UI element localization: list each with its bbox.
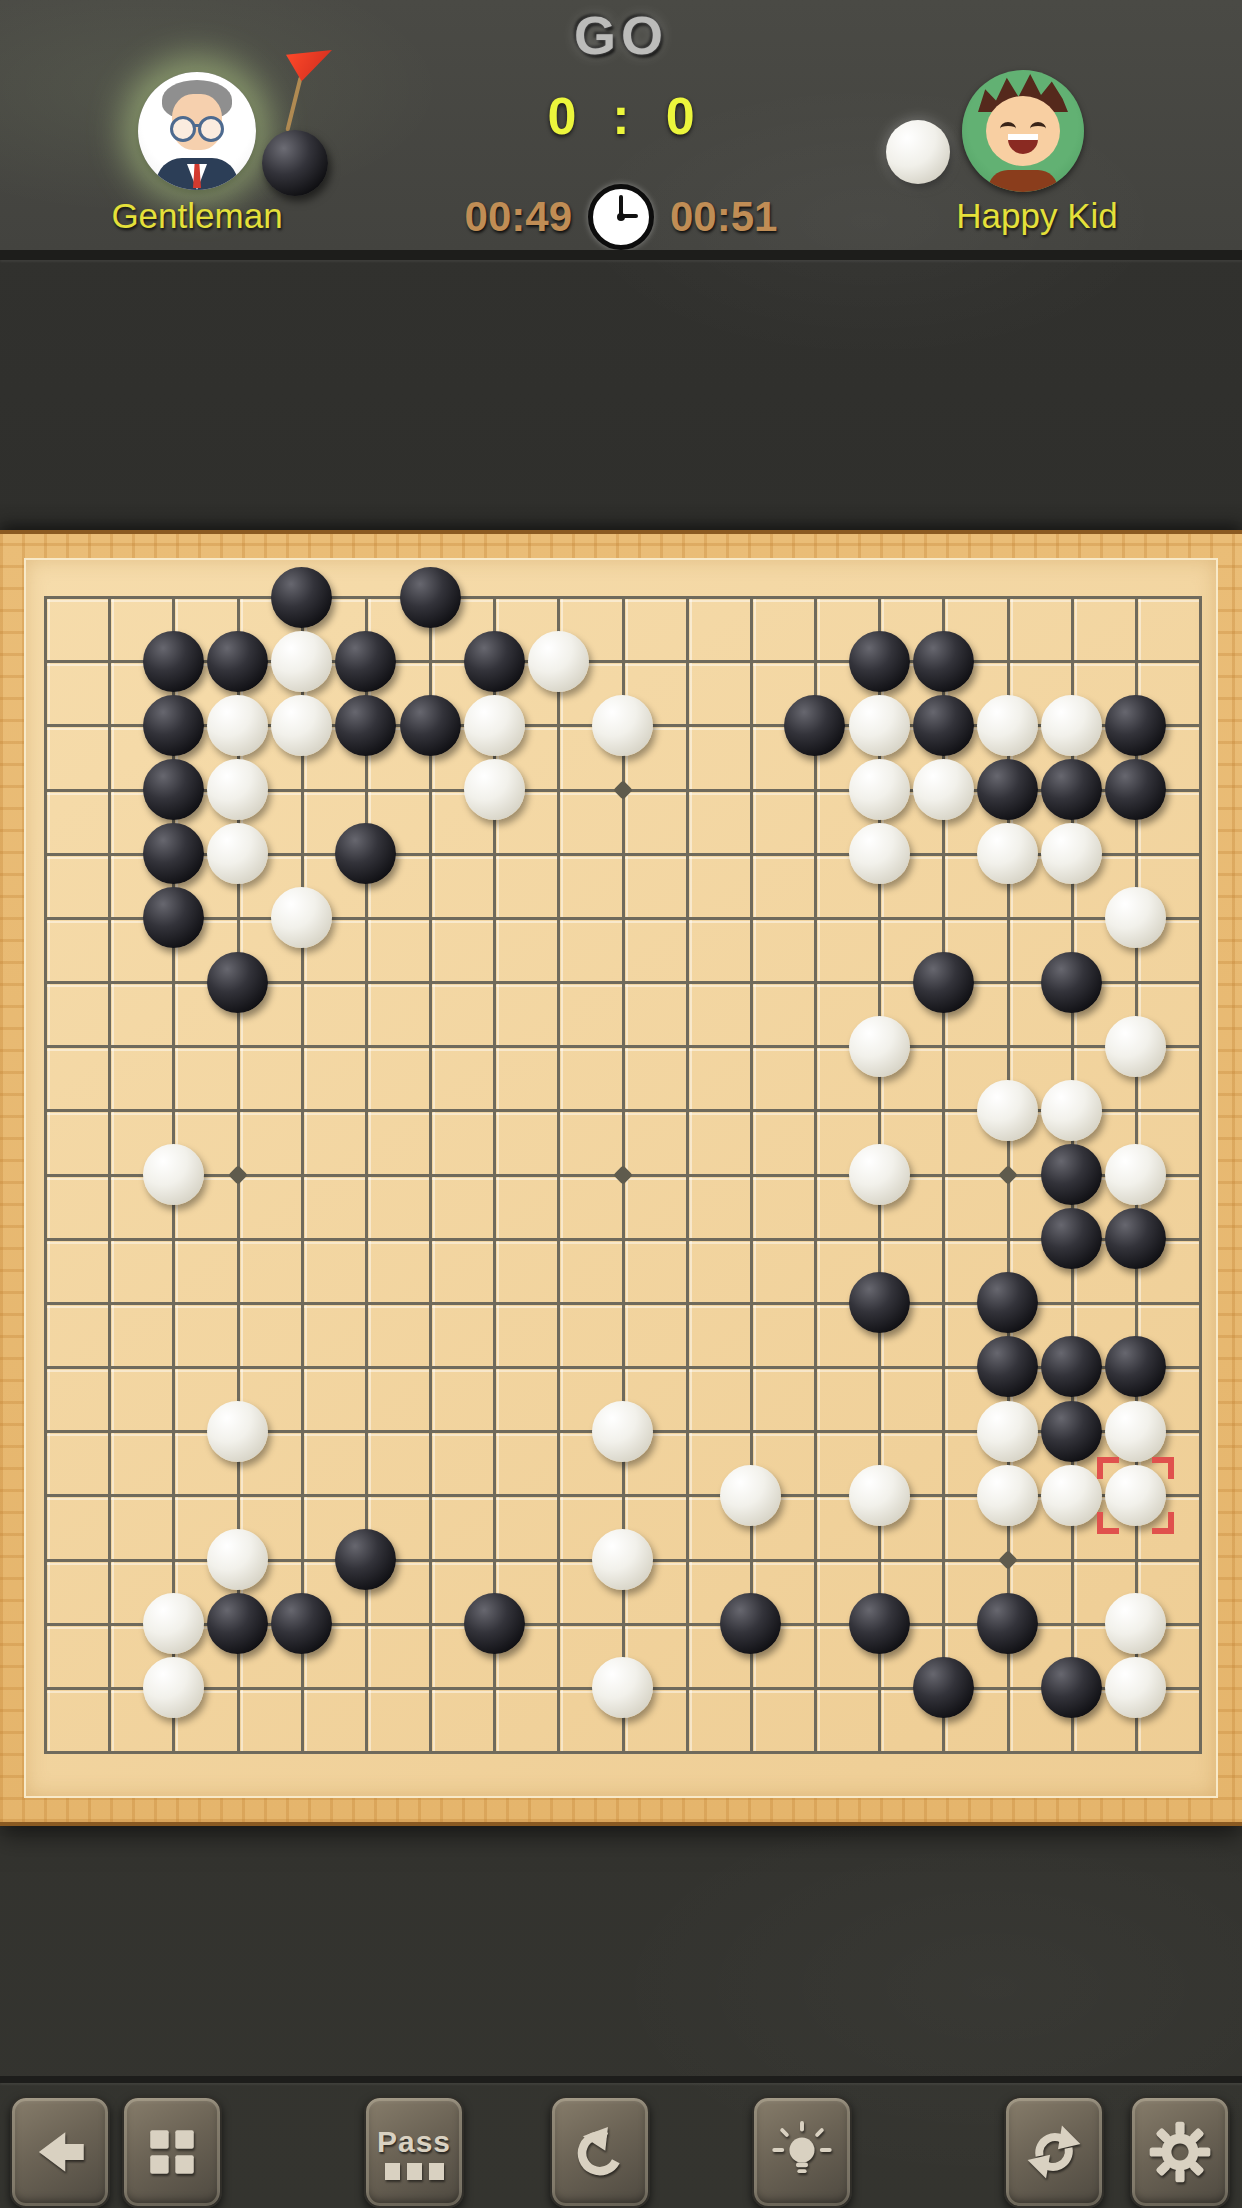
black-stone bbox=[271, 567, 332, 628]
black-stone bbox=[143, 631, 204, 692]
white-stone bbox=[1105, 1657, 1166, 1718]
white-stone bbox=[207, 1529, 268, 1590]
black-stone bbox=[1041, 1144, 1102, 1205]
white-stone bbox=[143, 1593, 204, 1654]
white-stone bbox=[720, 1465, 781, 1526]
refresh-icon bbox=[1021, 2119, 1087, 2185]
restart-button[interactable] bbox=[1004, 2096, 1104, 2208]
white-stone bbox=[207, 695, 268, 756]
black-stone bbox=[143, 823, 204, 884]
black-stone bbox=[977, 1336, 1038, 1397]
white-stone bbox=[271, 887, 332, 948]
black-stone bbox=[335, 1529, 396, 1590]
black-stone bbox=[271, 1593, 332, 1654]
go-app: GO 0:0 00:49 00:51 Gentleman Happy Kid bbox=[0, 0, 1242, 2208]
black-stone bbox=[849, 1593, 910, 1654]
black-stone bbox=[1105, 695, 1166, 756]
white-stone bbox=[977, 1465, 1038, 1526]
white-stone bbox=[849, 1465, 910, 1526]
white-stone bbox=[1105, 1401, 1166, 1462]
white-stone bbox=[1105, 1593, 1166, 1654]
black-stone bbox=[143, 695, 204, 756]
black-stone bbox=[400, 567, 461, 628]
white-stone bbox=[207, 759, 268, 820]
pass-button[interactable]: Pass bbox=[364, 2096, 464, 2208]
black-stone bbox=[1041, 1401, 1102, 1462]
white-stone bbox=[977, 823, 1038, 884]
black-player-avatar bbox=[138, 72, 256, 190]
pass-label: Pass bbox=[377, 2125, 451, 2159]
black-stone bbox=[335, 631, 396, 692]
black-stone bbox=[1041, 1657, 1102, 1718]
undo-arrow-icon bbox=[567, 2119, 633, 2185]
white-stone bbox=[592, 1529, 653, 1590]
lightbulb-icon bbox=[769, 2119, 835, 2185]
white-stone bbox=[592, 1657, 653, 1718]
back-button[interactable] bbox=[10, 2096, 110, 2208]
white-timer: 00:51 bbox=[670, 193, 777, 241]
black-stone bbox=[913, 952, 974, 1013]
black-stone bbox=[720, 1593, 781, 1654]
white-player-name: Happy Kid bbox=[877, 196, 1197, 236]
black-stone bbox=[977, 759, 1038, 820]
black-stone bbox=[1041, 1336, 1102, 1397]
white-stone bbox=[913, 759, 974, 820]
black-stone bbox=[849, 1272, 910, 1333]
white-stone-indicator bbox=[886, 120, 950, 184]
stones-grid bbox=[13, 565, 1232, 1784]
white-stone bbox=[271, 695, 332, 756]
black-stone bbox=[1041, 1208, 1102, 1269]
white-stone bbox=[849, 823, 910, 884]
go-board[interactable] bbox=[0, 530, 1242, 1826]
black-stone bbox=[784, 695, 845, 756]
white-stone bbox=[1105, 1016, 1166, 1077]
settings-button[interactable] bbox=[1130, 2096, 1230, 2208]
white-stone bbox=[207, 1401, 268, 1462]
white-stone-last-move bbox=[1105, 1465, 1166, 1526]
toolbar-divider bbox=[0, 2076, 1242, 2083]
black-stone bbox=[1105, 759, 1166, 820]
white-stone bbox=[1041, 695, 1102, 756]
white-stone bbox=[1041, 1465, 1102, 1526]
white-stone bbox=[977, 1401, 1038, 1462]
black-stone bbox=[913, 695, 974, 756]
black-stone bbox=[207, 631, 268, 692]
black-stone bbox=[207, 1593, 268, 1654]
white-stone bbox=[271, 631, 332, 692]
white-player-avatar bbox=[962, 70, 1084, 192]
white-stone bbox=[977, 695, 1038, 756]
black-stone bbox=[464, 1593, 525, 1654]
menu-button[interactable] bbox=[122, 2096, 222, 2208]
black-stone bbox=[1041, 952, 1102, 1013]
score-separator: : bbox=[612, 86, 629, 146]
black-player-name: Gentleman bbox=[37, 196, 357, 236]
white-stone bbox=[592, 695, 653, 756]
black-timer: 00:49 bbox=[465, 193, 572, 241]
white-stone bbox=[464, 759, 525, 820]
white-stone bbox=[528, 631, 589, 692]
black-stone bbox=[849, 631, 910, 692]
white-stone bbox=[592, 1401, 653, 1462]
white-stone bbox=[849, 1016, 910, 1077]
undo-button[interactable] bbox=[550, 2096, 650, 2208]
white-stone bbox=[1041, 1080, 1102, 1141]
white-stone bbox=[849, 759, 910, 820]
black-stone bbox=[143, 759, 204, 820]
red-flag-icon bbox=[280, 50, 332, 134]
gear-icon bbox=[1147, 2119, 1213, 2185]
black-stone bbox=[335, 823, 396, 884]
white-stone bbox=[207, 823, 268, 884]
pass-dots-icon bbox=[385, 2163, 444, 2180]
black-stone bbox=[1041, 759, 1102, 820]
header-divider bbox=[0, 250, 1242, 260]
white-stone bbox=[143, 1144, 204, 1205]
black-stone bbox=[464, 631, 525, 692]
black-stone bbox=[977, 1593, 1038, 1654]
black-stone bbox=[335, 695, 396, 756]
white-stone bbox=[1041, 823, 1102, 884]
clock-icon bbox=[588, 184, 654, 250]
hint-button[interactable] bbox=[752, 2096, 852, 2208]
grid-icon bbox=[139, 2119, 205, 2185]
black-stone bbox=[977, 1272, 1038, 1333]
page-title: GO bbox=[0, 4, 1242, 66]
white-stone bbox=[849, 695, 910, 756]
score-black: 0 bbox=[547, 86, 576, 146]
glasses-icon bbox=[168, 116, 226, 136]
white-stone bbox=[977, 1080, 1038, 1141]
black-stone bbox=[913, 1657, 974, 1718]
black-stone bbox=[913, 631, 974, 692]
score-white: 0 bbox=[666, 86, 695, 146]
black-stone bbox=[1105, 1336, 1166, 1397]
black-stone-indicator bbox=[262, 130, 328, 196]
white-stone bbox=[849, 1144, 910, 1205]
white-stone bbox=[143, 1657, 204, 1718]
black-stone bbox=[400, 695, 461, 756]
black-stone bbox=[1105, 1208, 1166, 1269]
black-stone bbox=[207, 952, 268, 1013]
white-stone bbox=[1105, 887, 1166, 948]
black-stone bbox=[143, 887, 204, 948]
arrow-left-icon bbox=[27, 2119, 93, 2185]
white-stone bbox=[1105, 1144, 1166, 1205]
white-stone bbox=[464, 695, 525, 756]
